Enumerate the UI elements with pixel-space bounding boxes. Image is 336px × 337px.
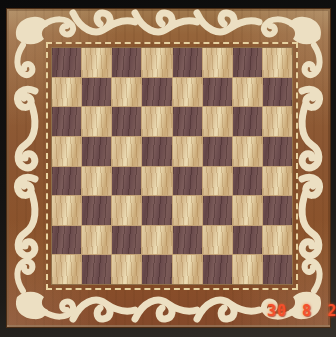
square-r0c7[interactable] (263, 48, 292, 77)
border-inlay-right-spirals (302, 89, 320, 255)
square-r4c6[interactable] (233, 167, 262, 196)
square-r0c2[interactable] (112, 48, 141, 77)
square-r7c3[interactable] (142, 255, 171, 284)
square-r0c4[interactable] (173, 48, 202, 77)
square-r5c3[interactable] (142, 196, 171, 225)
square-r3c6[interactable] (233, 137, 262, 166)
square-r2c2[interactable] (112, 107, 141, 136)
square-r7c6[interactable] (233, 255, 262, 284)
square-r6c0[interactable] (52, 226, 81, 255)
square-r4c2[interactable] (112, 167, 141, 196)
square-r6c3[interactable] (142, 226, 171, 255)
square-r4c0[interactable] (52, 167, 81, 196)
square-r7c2[interactable] (112, 255, 141, 284)
camera-timestamp: 30 8 20 (267, 302, 336, 320)
square-r3c2[interactable] (112, 137, 141, 166)
square-r2c5[interactable] (203, 107, 232, 136)
square-r2c6[interactable] (233, 107, 262, 136)
square-r0c6[interactable] (233, 48, 262, 77)
chessboard-photo: 30 8 20 (0, 0, 336, 337)
square-r1c4[interactable] (173, 78, 202, 107)
square-r6c6[interactable] (233, 226, 262, 255)
square-r5c5[interactable] (203, 196, 232, 225)
square-r1c5[interactable] (203, 78, 232, 107)
square-r7c0[interactable] (52, 255, 81, 284)
square-r3c0[interactable] (52, 137, 81, 166)
square-r1c0[interactable] (52, 78, 81, 107)
square-r4c1[interactable] (82, 167, 111, 196)
square-r3c7[interactable] (263, 137, 292, 166)
square-r4c3[interactable] (142, 167, 171, 196)
square-r1c7[interactable] (263, 78, 292, 107)
square-r1c6[interactable] (233, 78, 262, 107)
square-r5c7[interactable] (263, 196, 292, 225)
square-r2c1[interactable] (82, 107, 111, 136)
playing-field (46, 42, 298, 290)
square-r1c2[interactable] (112, 78, 141, 107)
square-r7c1[interactable] (82, 255, 111, 284)
square-r7c4[interactable] (173, 255, 202, 284)
border-inlay-bottom-waves (73, 300, 259, 319)
square-r6c2[interactable] (112, 226, 141, 255)
square-r4c5[interactable] (203, 167, 232, 196)
square-r5c6[interactable] (233, 196, 262, 225)
square-r3c4[interactable] (173, 137, 202, 166)
square-r0c5[interactable] (203, 48, 232, 77)
square-r5c4[interactable] (173, 196, 202, 225)
chessboard-frame (6, 8, 331, 328)
square-r5c2[interactable] (112, 196, 141, 225)
square-r4c4[interactable] (173, 167, 202, 196)
square-r6c4[interactable] (173, 226, 202, 255)
square-r5c1[interactable] (82, 196, 111, 225)
square-r0c0[interactable] (52, 48, 81, 77)
square-r2c3[interactable] (142, 107, 171, 136)
square-r6c5[interactable] (203, 226, 232, 255)
square-r2c4[interactable] (173, 107, 202, 136)
square-r1c3[interactable] (142, 78, 171, 107)
square-r6c1[interactable] (82, 226, 111, 255)
square-r3c1[interactable] (82, 137, 111, 166)
square-r1c1[interactable] (82, 78, 111, 107)
square-r4c7[interactable] (263, 167, 292, 196)
border-inlay-left-spirals (17, 89, 35, 255)
square-r3c5[interactable] (203, 137, 232, 166)
square-r3c3[interactable] (142, 137, 171, 166)
square-r6c7[interactable] (263, 226, 292, 255)
square-r7c7[interactable] (263, 255, 292, 284)
square-r5c0[interactable] (52, 196, 81, 225)
square-r2c0[interactable] (52, 107, 81, 136)
square-r2c7[interactable] (263, 107, 292, 136)
border-inlay-top-waves (73, 13, 259, 32)
square-r7c5[interactable] (203, 255, 232, 284)
chessboard-grid (51, 47, 293, 285)
square-r0c1[interactable] (82, 48, 111, 77)
square-r0c3[interactable] (142, 48, 171, 77)
